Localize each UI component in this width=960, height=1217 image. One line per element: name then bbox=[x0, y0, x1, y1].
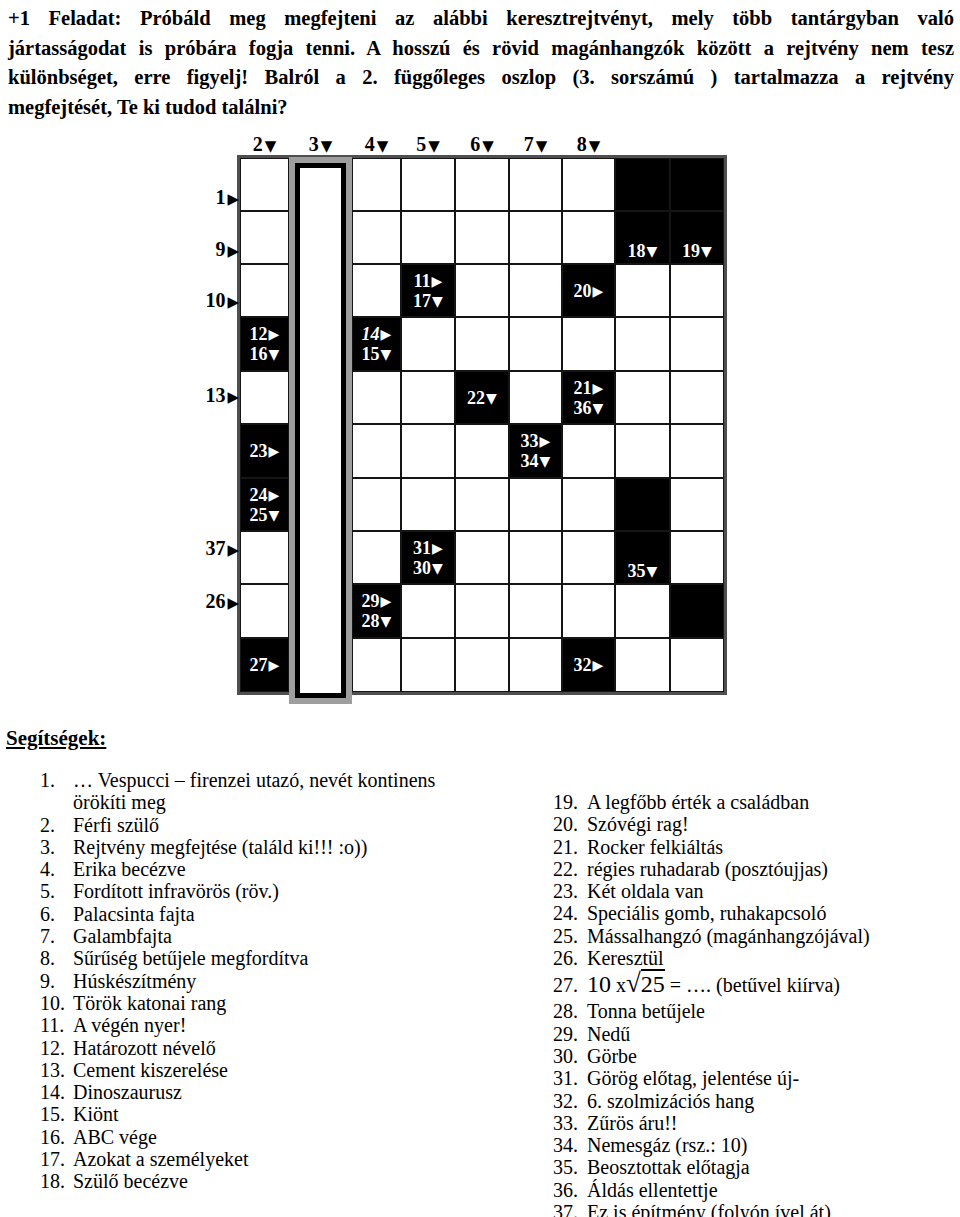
grid-cell-black: 21▶36▼ bbox=[562, 371, 615, 424]
grid-cell[interactable] bbox=[670, 638, 724, 692]
clue-number: 25. bbox=[553, 925, 587, 947]
cell-clue-number: 34▼ bbox=[521, 451, 551, 471]
solution-column bbox=[289, 157, 352, 704]
arrow-down-icon: ▼ bbox=[265, 137, 277, 155]
clue-item: 35.Beosztottak előtagja bbox=[553, 1156, 953, 1178]
cell-clue-number: 16▼ bbox=[250, 344, 280, 364]
grid-cell-black: 29▶28▼ bbox=[352, 584, 401, 638]
clue-number: 8. bbox=[40, 947, 73, 969]
clue-number: 32. bbox=[553, 1090, 587, 1112]
grid-cell[interactable] bbox=[240, 584, 289, 638]
clue-number: 1. bbox=[40, 769, 73, 814]
grid-cell[interactable] bbox=[562, 317, 615, 371]
solution-column-inner bbox=[295, 163, 346, 698]
grid-cell-black: 31▶30▼ bbox=[401, 531, 455, 584]
clue-text: A végén nyer! bbox=[73, 1014, 473, 1036]
clue-item: 29.Nedű bbox=[553, 1023, 953, 1045]
row-label-13: 13▶ bbox=[149, 384, 239, 407]
clue-number-text: 29 bbox=[362, 591, 380, 611]
clue-number: 16. bbox=[40, 1126, 73, 1148]
arrow-right-icon: ▶ bbox=[227, 242, 239, 260]
clue-number-text: 21 bbox=[574, 378, 592, 398]
grid-cell-black: 20▶ bbox=[562, 264, 615, 317]
grid-cell[interactable] bbox=[615, 638, 670, 692]
clue-text: Áldás ellentettje bbox=[587, 1179, 953, 1201]
clue-list-right: 19.A legfőbb érték a családban20.Szóvégi… bbox=[553, 791, 953, 1217]
arrow-down-icon: ▼ bbox=[377, 137, 389, 155]
arrow-down-icon: ▼ bbox=[482, 137, 494, 155]
clue-text: 10 x√25 = …. (betűvel kiírva) bbox=[587, 969, 953, 1000]
clue-item: 16.ABC vége bbox=[40, 1126, 473, 1148]
clue-number: 36. bbox=[553, 1179, 587, 1201]
grid-cell[interactable] bbox=[455, 478, 509, 531]
clue-text: Határozott névelő bbox=[73, 1037, 473, 1059]
clue-text: Keresztül bbox=[587, 947, 953, 969]
clue-item: 10.Török katonai rang bbox=[40, 992, 473, 1014]
clue-item: 7.Galambfajta bbox=[40, 925, 473, 947]
clue-text: Nedű bbox=[587, 1023, 953, 1045]
grid-cell[interactable] bbox=[615, 371, 670, 424]
clue-number-text: 24 bbox=[250, 485, 268, 505]
clue-number-text: 11 bbox=[414, 271, 431, 291]
grid-cell-black: 35▼ bbox=[615, 531, 670, 584]
grid-cell[interactable] bbox=[401, 584, 455, 638]
clue-text: ABC vége bbox=[73, 1126, 473, 1148]
clue-item: 8.Sűrűség betűjele megfordítva bbox=[40, 947, 473, 969]
grid-cell[interactable] bbox=[401, 424, 455, 478]
clue-text: Palacsinta fajta bbox=[73, 903, 473, 925]
clue-number: 6. bbox=[40, 903, 73, 925]
grid-cell[interactable] bbox=[455, 264, 509, 317]
grid-cell[interactable] bbox=[670, 264, 724, 317]
task-header: +1 Feladat: Próbáld meg megfejteni az al… bbox=[8, 4, 954, 122]
grid-cell[interactable] bbox=[562, 584, 615, 638]
grid-cell[interactable] bbox=[562, 531, 615, 584]
arrow-down-icon: ▼ bbox=[321, 137, 333, 155]
grid-cell[interactable] bbox=[509, 638, 562, 692]
column-label-3: 3▼ bbox=[291, 133, 351, 156]
grid-cell-black bbox=[670, 158, 724, 211]
grid-cell-black: 24▶25▼ bbox=[240, 478, 289, 531]
row-label-text: 1 bbox=[215, 186, 225, 208]
cell-clue-number: 24▶ bbox=[250, 485, 280, 505]
clue-number: 24. bbox=[553, 902, 587, 924]
clue-text: Cement kiszerelése bbox=[73, 1059, 473, 1081]
clue-item: 28.Tonna betűjele bbox=[553, 1000, 953, 1022]
clue-item: 5.Fordított infravörös (röv.) bbox=[40, 880, 473, 902]
square-root-icon: √ bbox=[626, 968, 641, 998]
grid-cell[interactable] bbox=[352, 531, 401, 584]
clue-number: 26. bbox=[553, 947, 587, 969]
clue-text: Beosztottak előtagja bbox=[587, 1156, 953, 1178]
clue-text: Galambfajta bbox=[73, 925, 473, 947]
clue-number: 27. bbox=[553, 970, 587, 1000]
grid-cell[interactable] bbox=[509, 158, 562, 211]
cell-clue-number: 14▶ bbox=[362, 324, 392, 344]
clue-text: Görög előtag, jelentése új- bbox=[587, 1067, 953, 1089]
clue-item: 17.Azokat a személyeket bbox=[40, 1148, 473, 1170]
task-text-line: +1 Feladat: Próbáld meg megfejteni az al… bbox=[8, 4, 954, 34]
clue-number-text: 34 bbox=[521, 451, 539, 471]
clue-number-text: 23 bbox=[250, 441, 268, 461]
column-label-8: 8▼ bbox=[559, 133, 619, 156]
clue-text: régies ruhadarab (posztóujjas) bbox=[587, 858, 953, 880]
clue-item: 19.A legfőbb érték a családban bbox=[553, 791, 953, 813]
grid-cell[interactable] bbox=[670, 424, 724, 478]
clue-item: 12.Határozott névelő bbox=[40, 1037, 473, 1059]
clue-text: Tonna betűjele bbox=[587, 1000, 953, 1022]
clue-item: 33.Zűrös áru!! bbox=[553, 1112, 953, 1134]
clue-item: 2.Férfi szülő bbox=[40, 814, 473, 836]
clue-item: 11.A végén nyer! bbox=[40, 1014, 473, 1036]
arrow-right-icon: ▶ bbox=[269, 327, 280, 341]
clue-text: Görbe bbox=[587, 1045, 953, 1067]
cell-clue-number: 22▼ bbox=[467, 388, 497, 408]
row-label-10: 10▶ bbox=[149, 289, 239, 312]
grid-cell-black: 12▶16▼ bbox=[240, 317, 289, 371]
arrow-right-icon: ▶ bbox=[381, 327, 392, 341]
clue-number-text: 19 bbox=[682, 241, 700, 261]
cell-clue-number: 21▶ bbox=[574, 378, 604, 398]
grid-cell-black bbox=[670, 584, 724, 638]
arrow-down-icon: ▼ bbox=[381, 347, 392, 361]
column-label-text: 7 bbox=[524, 133, 534, 155]
clue-item: 3.Rejtvény megfejtése (találd ki!!! :o)) bbox=[40, 836, 473, 858]
clue-number: 28. bbox=[553, 1000, 587, 1022]
clue-text: Nemesgáz (rsz.: 10) bbox=[587, 1134, 953, 1156]
clue-item: 4.Erika becézve bbox=[40, 858, 473, 880]
grid-cell[interactable] bbox=[455, 584, 509, 638]
clue-number: 13. bbox=[40, 1059, 73, 1081]
arrow-right-icon: ▶ bbox=[593, 381, 604, 395]
grid-cell[interactable] bbox=[401, 211, 455, 264]
clue-item: 21.Rocker felkiáltás bbox=[553, 836, 953, 858]
helps-title: Segítségek: bbox=[6, 726, 106, 751]
arrow-down-icon: ▼ bbox=[593, 401, 604, 415]
cell-clue-number: 29▶ bbox=[362, 591, 392, 611]
clue-number-text: 35 bbox=[628, 561, 646, 581]
grid-cell[interactable] bbox=[401, 638, 455, 692]
arrow-down-icon: ▼ bbox=[701, 244, 712, 258]
arrow-down-icon: ▼ bbox=[486, 391, 497, 405]
clue-item: 9.Húskészítmény bbox=[40, 970, 473, 992]
grid-cell-black: 18▼ bbox=[615, 211, 670, 264]
clue-item: 23.Két oldala van bbox=[553, 880, 953, 902]
clue-number-text: 17 bbox=[413, 291, 431, 311]
clue-text: A legfőbb érték a családban bbox=[587, 791, 953, 813]
cell-clue-number: 27▶ bbox=[250, 655, 280, 675]
clue-item: 32.6. szolmizációs hang bbox=[553, 1090, 953, 1112]
grid-cell[interactable] bbox=[455, 317, 509, 371]
clue-number-text: 15 bbox=[362, 344, 380, 364]
grid-cell[interactable] bbox=[401, 371, 455, 424]
grid-cell[interactable] bbox=[455, 424, 509, 478]
arrow-right-icon: ▶ bbox=[227, 594, 239, 612]
clue-number: 29. bbox=[553, 1023, 587, 1045]
column-label-text: 3 bbox=[309, 133, 319, 155]
clue-number: 34. bbox=[553, 1134, 587, 1156]
clue-text: Rocker felkiáltás bbox=[587, 836, 953, 858]
arrow-down-icon: ▼ bbox=[381, 614, 392, 628]
cell-clue-number: 31▶ bbox=[413, 538, 443, 558]
clue-item: 20.Szóvégi rag! bbox=[553, 813, 953, 835]
clue-text: Fordított infravörös (röv.) bbox=[73, 880, 473, 902]
arrow-right-icon: ▶ bbox=[432, 274, 443, 288]
clue-text: Speciális gomb, ruhakapcsoló bbox=[587, 902, 953, 924]
row-label-text: 9 bbox=[215, 238, 225, 260]
column-label-text: 4 bbox=[365, 133, 375, 155]
cell-clue-number: 15▼ bbox=[362, 344, 392, 364]
clue-number: 2. bbox=[40, 814, 73, 836]
grid-cell[interactable] bbox=[615, 317, 670, 371]
clue-text: Mássalhangzó (magánhangzójával) bbox=[587, 925, 953, 947]
arrow-right-icon: ▶ bbox=[227, 190, 239, 208]
arrow-right-icon: ▶ bbox=[593, 658, 604, 672]
clue-text: Dinoszaurusz bbox=[73, 1081, 473, 1103]
math-operator: x bbox=[611, 974, 626, 996]
cell-clue-number: 35▼ bbox=[628, 561, 658, 581]
grid-cell-black: 33▶34▼ bbox=[509, 424, 562, 478]
clue-number: 35. bbox=[553, 1156, 587, 1178]
arrow-down-icon: ▼ bbox=[269, 347, 280, 361]
arrow-right-icon: ▶ bbox=[227, 388, 239, 406]
grid-cell[interactable] bbox=[352, 264, 401, 317]
grid-cell-black: 27▶ bbox=[240, 638, 289, 692]
grid-cell[interactable] bbox=[509, 264, 562, 317]
clue-number-text: 12 bbox=[250, 324, 268, 344]
cell-clue-number: 11▶ bbox=[414, 271, 443, 291]
clue-text: Kiönt bbox=[73, 1103, 473, 1125]
row-label-text: 10 bbox=[205, 289, 225, 311]
clue-number-text: 28 bbox=[362, 611, 380, 631]
clue-number: 3. bbox=[40, 836, 73, 858]
grid-cell-black: 11▶17▼ bbox=[401, 264, 455, 317]
cell-clue-number: 36▼ bbox=[574, 398, 604, 418]
clue-number-text: 18 bbox=[628, 241, 646, 261]
grid-cell-black: 22▼ bbox=[455, 371, 509, 424]
column-label-text: 5 bbox=[416, 133, 426, 155]
clue-number-text: 30 bbox=[413, 558, 431, 578]
clue-number-text: 25 bbox=[250, 505, 268, 525]
grid-cell[interactable] bbox=[615, 584, 670, 638]
grid-cell[interactable] bbox=[455, 158, 509, 211]
clue-number: 12. bbox=[40, 1037, 73, 1059]
row-label-text: 13 bbox=[205, 384, 225, 406]
column-label-2: 2▼ bbox=[235, 133, 295, 156]
clue-text: Azokat a személyeket bbox=[73, 1148, 473, 1170]
cell-clue-number: 30▼ bbox=[413, 558, 443, 578]
grid-cell[interactable] bbox=[615, 264, 670, 317]
clue-number: 31. bbox=[553, 1067, 587, 1089]
grid-cell[interactable] bbox=[352, 424, 401, 478]
clue-number: 4. bbox=[40, 858, 73, 880]
task-text-line: jártasságodat is próbára fogja tenni. A … bbox=[8, 34, 954, 64]
cell-clue-number: 19▼ bbox=[682, 241, 712, 261]
grid-cell[interactable] bbox=[352, 638, 401, 692]
clue-text: Húskészítmény bbox=[73, 970, 473, 992]
grid-cell[interactable] bbox=[509, 317, 562, 371]
grid-cell-black bbox=[615, 478, 670, 531]
cell-clue-number: 23▶ bbox=[250, 441, 280, 461]
grid-cell[interactable] bbox=[509, 211, 562, 264]
grid-cell[interactable] bbox=[240, 531, 289, 584]
clue-item: 6.Palacsinta fajta bbox=[40, 903, 473, 925]
clue-number: 11. bbox=[40, 1014, 73, 1036]
cell-clue-number: 20▶ bbox=[574, 281, 604, 301]
clue-number: 22. bbox=[553, 858, 587, 880]
column-label-7: 7▼ bbox=[506, 133, 566, 156]
row-label-1: 1▶ bbox=[149, 186, 239, 209]
grid-cell[interactable] bbox=[401, 478, 455, 531]
grid-cell[interactable] bbox=[562, 211, 615, 264]
clue-number-text: 36 bbox=[574, 398, 592, 418]
clue-number: 7. bbox=[40, 925, 73, 947]
math-tail: = …. (betűvel kiírva) bbox=[665, 974, 840, 996]
clue-text: Ez is építmény (folyón ível át) bbox=[587, 1201, 953, 1217]
task-text-line: megfejtését, Te ki tudod találni? bbox=[8, 93, 954, 123]
grid-cell[interactable] bbox=[670, 531, 724, 584]
clue-number: 37. bbox=[553, 1201, 587, 1217]
arrow-down-icon: ▼ bbox=[432, 294, 443, 308]
clue-text: Szülő becézve bbox=[73, 1170, 473, 1192]
row-label-37: 37▶ bbox=[149, 537, 239, 560]
grid-cell[interactable] bbox=[509, 584, 562, 638]
arrow-right-icon: ▶ bbox=[269, 658, 280, 672]
cell-clue-number: 28▼ bbox=[362, 611, 392, 631]
cell-clue-number: 33▶ bbox=[521, 431, 551, 451]
clue-number: 17. bbox=[40, 1148, 73, 1170]
clue-number: 15. bbox=[40, 1103, 73, 1125]
row-label-text: 37 bbox=[205, 537, 225, 559]
arrow-down-icon: ▼ bbox=[647, 244, 658, 258]
grid-cell[interactable] bbox=[352, 371, 401, 424]
grid-cell[interactable] bbox=[455, 638, 509, 692]
clue-text: Török katonai rang bbox=[73, 992, 473, 1014]
clue-item: 24.Speciális gomb, ruhakapcsoló bbox=[553, 902, 953, 924]
clue-item: 22.régies ruhadarab (posztóujjas) bbox=[553, 858, 953, 880]
arrow-right-icon: ▶ bbox=[269, 488, 280, 502]
grid-cell[interactable] bbox=[401, 317, 455, 371]
grid-cell[interactable] bbox=[240, 158, 289, 211]
clue-item: 34.Nemesgáz (rsz.: 10) bbox=[553, 1134, 953, 1156]
clue-number-text: 16 bbox=[250, 344, 268, 364]
clue-item: 37.Ez is építmény (folyón ível át) bbox=[553, 1201, 953, 1217]
clue-number-text: 31 bbox=[413, 538, 431, 558]
clue-item: 25.Mássalhangzó (magánhangzójával) bbox=[553, 925, 953, 947]
arrow-down-icon: ▼ bbox=[428, 137, 440, 155]
grid-cell[interactable] bbox=[352, 478, 401, 531]
cell-clue-number: 32▶ bbox=[574, 655, 604, 675]
clue-number: 21. bbox=[553, 836, 587, 858]
arrow-right-icon: ▶ bbox=[227, 541, 239, 559]
grid-cell[interactable] bbox=[509, 531, 562, 584]
grid-cell[interactable] bbox=[670, 478, 724, 531]
arrow-down-icon: ▼ bbox=[540, 454, 551, 468]
arrow-down-icon: ▼ bbox=[432, 561, 443, 575]
grid-cell[interactable] bbox=[240, 264, 289, 317]
grid-cell[interactable] bbox=[509, 478, 562, 531]
arrow-right-icon: ▶ bbox=[432, 541, 443, 555]
clue-item: 1.… Vespucci – firenzei utazó, nevét kon… bbox=[40, 769, 473, 814]
grid-cell[interactable] bbox=[562, 478, 615, 531]
clue-number-text: 20 bbox=[574, 281, 592, 301]
arrow-down-icon: ▼ bbox=[536, 137, 548, 155]
clue-number: 10. bbox=[40, 992, 73, 1014]
clue-item: 14.Dinoszaurusz bbox=[40, 1081, 473, 1103]
grid-cell[interactable] bbox=[352, 158, 401, 211]
clue-item: 13.Cement kiszerelése bbox=[40, 1059, 473, 1081]
column-label-6: 6▼ bbox=[452, 133, 512, 156]
grid-cell[interactable] bbox=[670, 317, 724, 371]
clue-item: 26.Keresztül bbox=[553, 947, 953, 969]
clue-text: … Vespucci – firenzei utazó, nevét konti… bbox=[73, 769, 473, 814]
arrow-down-icon: ▼ bbox=[589, 137, 601, 155]
clue-text: Zűrös áru!! bbox=[587, 1112, 953, 1134]
clue-number-text: 22 bbox=[467, 388, 485, 408]
column-label-text: 2 bbox=[253, 133, 263, 155]
column-label-text: 8 bbox=[577, 133, 587, 155]
clue-number-text: 32 bbox=[574, 655, 592, 675]
grid-cell[interactable] bbox=[401, 158, 455, 211]
clue-text: Szóvégi rag! bbox=[587, 813, 953, 835]
clue-item: 30.Görbe bbox=[553, 1045, 953, 1067]
clue-text: Férfi szülő bbox=[73, 814, 473, 836]
clue-item: 36.Áldás ellentettje bbox=[553, 1179, 953, 1201]
clue-item: 31.Görög előtag, jelentése új- bbox=[553, 1067, 953, 1089]
column-label-5: 5▼ bbox=[398, 133, 458, 156]
clue-number-text: 27 bbox=[250, 655, 268, 675]
clue-item: 15.Kiönt bbox=[40, 1103, 473, 1125]
clue-number: 19. bbox=[553, 791, 587, 813]
clue-text: Sűrűség betűjele megfordítva bbox=[73, 947, 473, 969]
clue-text: Erika becézve bbox=[73, 858, 473, 880]
clue-item: 27.10 x√25 = …. (betűvel kiírva) bbox=[553, 969, 953, 1000]
grid-cell-black: 32▶ bbox=[562, 638, 615, 692]
grid-cell[interactable] bbox=[670, 371, 724, 424]
row-label-26: 26▶ bbox=[149, 590, 239, 613]
grid-cell[interactable] bbox=[615, 424, 670, 478]
grid-cell-black: 14▶15▼ bbox=[352, 317, 401, 371]
grid-cell[interactable] bbox=[562, 158, 615, 211]
arrow-right-icon: ▶ bbox=[269, 444, 280, 458]
cell-clue-number: 17▼ bbox=[413, 291, 443, 311]
clue-number: 23. bbox=[553, 880, 587, 902]
grid-cell[interactable] bbox=[455, 211, 509, 264]
grid-cell-black bbox=[615, 158, 670, 211]
arrow-right-icon: ▶ bbox=[593, 284, 604, 298]
grid-cell[interactable] bbox=[352, 211, 401, 264]
grid-cell[interactable] bbox=[240, 371, 289, 424]
grid-cell[interactable] bbox=[562, 424, 615, 478]
clue-number-text: 14 bbox=[362, 324, 380, 344]
clue-item: 18.Szülő becézve bbox=[40, 1170, 473, 1192]
task-text-line: különbséget, erre figyelj! Balról a 2. f… bbox=[8, 63, 954, 93]
clue-text: 6. szolmizációs hang bbox=[587, 1090, 953, 1112]
row-label-9: 9▶ bbox=[149, 238, 239, 261]
arrow-down-icon: ▼ bbox=[269, 508, 280, 522]
grid-cell-black: 19▼ bbox=[670, 211, 724, 264]
grid-cell[interactable] bbox=[240, 211, 289, 264]
grid-cell[interactable] bbox=[509, 371, 562, 424]
grid-cell[interactable] bbox=[455, 531, 509, 584]
arrow-right-icon: ▶ bbox=[227, 293, 239, 311]
clue-number: 18. bbox=[40, 1170, 73, 1192]
column-label-text: 6 bbox=[470, 133, 480, 155]
clue-number: 9. bbox=[40, 970, 73, 992]
row-label-text: 26 bbox=[205, 590, 225, 612]
clue-text: Két oldala van bbox=[587, 880, 953, 902]
arrow-right-icon: ▶ bbox=[540, 434, 551, 448]
